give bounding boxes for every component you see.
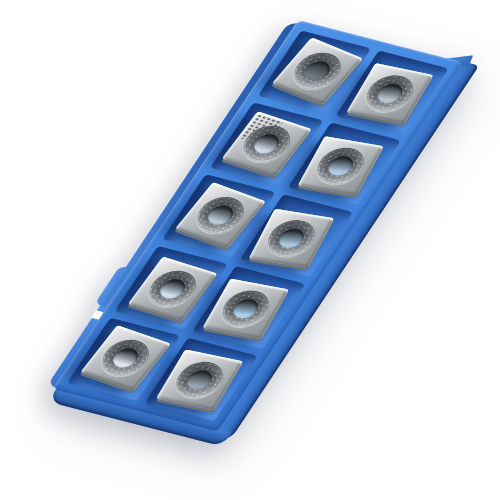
bore-hole-r2c1 [250,132,284,157]
carbide-insert-r2c1 [222,111,312,176]
countersink-r3c1 [188,191,254,239]
carbide-insert-r1c2 [346,63,433,124]
countersink-r4c2 [214,287,277,331]
bore-hole-r4c1 [156,277,190,302]
bore-hole-r4c2 [229,297,262,320]
product-photo [0,0,500,500]
countersink-r1c1 [285,47,351,96]
bore-hole-r1c1 [300,58,334,83]
bore-hole-r5c2 [183,368,216,391]
countersink-r3c2 [261,217,323,260]
countersink-r4c1 [140,266,205,313]
tray-grid [67,31,449,421]
carbide-insert-r5c2 [156,349,243,410]
insert-storage-box [53,20,463,432]
countersink-r2c2 [310,144,372,187]
bore-hole-r1c2 [373,82,406,105]
bore-hole-r2c2 [324,155,357,178]
countersink-r5c2 [168,358,231,402]
carbide-insert-r2c2 [298,136,384,196]
bore-hole-r3c1 [203,203,237,228]
bore-hole-r3c2 [275,227,307,249]
carbide-insert-r3c2 [249,209,334,268]
carbide-insert-r3c1 [175,182,265,248]
tray-shadow-wrap [0,0,500,500]
countersink-r1c2 [358,71,421,115]
countersink-r5c1 [93,334,158,382]
countersink-r2c1 [234,120,299,167]
carbide-insert-r4c2 [203,279,290,339]
carbide-insert-r5c1 [81,325,171,391]
tray-top-face [53,20,463,432]
bore-hole-r5c1 [109,346,143,371]
